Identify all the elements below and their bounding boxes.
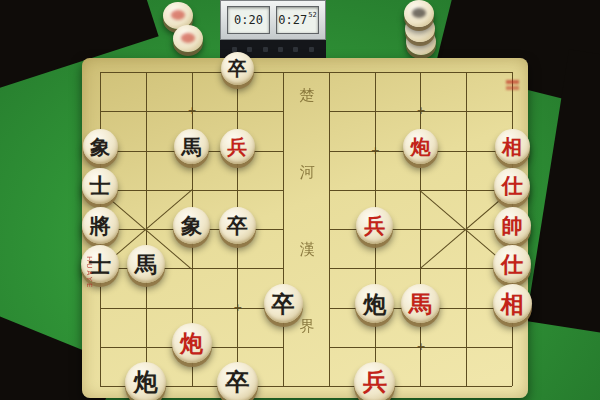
piece-red-general[interactable]: 帥 bbox=[494, 207, 531, 244]
piece-character: 兵 bbox=[363, 370, 387, 394]
piece-red-soldier[interactable]: 兵 bbox=[356, 207, 393, 244]
piece-character: 卒 bbox=[227, 215, 248, 236]
piece-red-elephant[interactable]: 相 bbox=[495, 129, 530, 164]
piece-red-cannon[interactable]: 炮 bbox=[403, 129, 438, 164]
grid-line bbox=[100, 308, 283, 309]
grid-line bbox=[100, 72, 512, 73]
piece-character: 仕 bbox=[502, 175, 523, 196]
river-text-character: 界 bbox=[298, 317, 316, 336]
piece-black-elephant[interactable]: 象 bbox=[83, 129, 118, 164]
board-grid: ++++++++++楚河漢界卒象馬兵炮相士仕將象卒兵帥士馬仕卒炮馬相炮炮卒兵 bbox=[100, 72, 512, 386]
piece-character: 馬 bbox=[135, 253, 157, 275]
game-clock: 0:20 0:27 52 bbox=[220, 0, 326, 58]
clock-right-display: 0:27 52 bbox=[276, 6, 319, 34]
piece-red-advisor[interactable]: 仕 bbox=[494, 168, 530, 204]
piece-character: 卒 bbox=[225, 370, 249, 394]
piece-black-soldier[interactable]: 卒 bbox=[264, 284, 303, 323]
piece-character: 馬 bbox=[409, 292, 432, 315]
piece-character: 兵 bbox=[227, 137, 247, 157]
piece-character: 炮 bbox=[410, 137, 430, 157]
piece-black-soldier[interactable]: 卒 bbox=[221, 52, 254, 85]
piece-red-horse[interactable]: 馬 bbox=[401, 284, 440, 323]
red-character-smudge bbox=[181, 33, 195, 43]
piece-character: 象 bbox=[90, 137, 110, 157]
captured-red-piece[interactable] bbox=[173, 25, 203, 52]
river-text-character: 河 bbox=[298, 163, 316, 182]
piece-black-soldier[interactable]: 卒 bbox=[217, 362, 258, 400]
piece-character: 炮 bbox=[363, 292, 386, 315]
position-marker: + bbox=[416, 341, 425, 352]
piece-character: 炮 bbox=[180, 331, 203, 354]
board-brand-text: HUAYE bbox=[85, 256, 93, 289]
piece-character: 帥 bbox=[502, 215, 523, 236]
right-time: 0:27 bbox=[278, 13, 307, 27]
piece-character: 卒 bbox=[272, 292, 295, 315]
piece-red-cannon[interactable]: 炮 bbox=[172, 323, 212, 363]
piece-character: 炮 bbox=[134, 370, 158, 394]
piece-black-horse[interactable]: 馬 bbox=[174, 129, 209, 164]
piece-black-elephant[interactable]: 象 bbox=[173, 207, 210, 244]
photo-frame: 0:20 0:27 52 ++++++++++楚河漢界卒象馬兵炮相士仕將象卒兵帥… bbox=[0, 0, 600, 400]
piece-red-soldier[interactable]: 兵 bbox=[354, 362, 395, 400]
river-text-character: 漢 bbox=[298, 240, 316, 259]
river-text-character: 楚 bbox=[298, 86, 316, 105]
board-brand-mark bbox=[506, 80, 519, 84]
piece-character: 士 bbox=[90, 175, 111, 196]
piece-character: 象 bbox=[181, 215, 202, 236]
piece-black-cannon[interactable]: 炮 bbox=[125, 362, 166, 400]
piece-red-advisor[interactable]: 仕 bbox=[493, 245, 531, 283]
black-character-smudge bbox=[412, 8, 426, 18]
piece-character: 將 bbox=[90, 215, 111, 236]
piece-character: 馬 bbox=[182, 137, 202, 157]
piece-character: 相 bbox=[502, 137, 522, 157]
red-character-smudge bbox=[171, 10, 185, 20]
clock-left-display: 0:20 bbox=[227, 6, 270, 34]
captured-black-piece[interactable] bbox=[404, 0, 434, 27]
piece-black-advisor[interactable]: 士 bbox=[82, 168, 118, 204]
position-marker: + bbox=[371, 145, 380, 156]
piece-red-elephant[interactable]: 相 bbox=[493, 284, 532, 323]
piece-character: 相 bbox=[501, 292, 524, 315]
piece-character: 兵 bbox=[364, 215, 385, 236]
piece-character: 卒 bbox=[228, 59, 247, 78]
piece-black-cannon[interactable]: 炮 bbox=[355, 284, 394, 323]
right-seconds: 52 bbox=[308, 7, 316, 19]
piece-black-soldier[interactable]: 卒 bbox=[219, 207, 256, 244]
position-marker: + bbox=[416, 105, 425, 116]
grid-line bbox=[283, 72, 284, 386]
xiangqi-board: ++++++++++楚河漢界卒象馬兵炮相士仕將象卒兵帥士馬仕卒炮馬相炮炮卒兵 H… bbox=[82, 58, 528, 398]
position-marker: + bbox=[188, 105, 197, 116]
clock-display-panel: 0:20 0:27 52 bbox=[220, 0, 326, 40]
piece-black-general[interactable]: 將 bbox=[82, 207, 119, 244]
left-time: 0:20 bbox=[234, 13, 263, 27]
piece-character: 仕 bbox=[501, 253, 523, 275]
piece-red-soldier[interactable]: 兵 bbox=[220, 129, 255, 164]
piece-black-horse[interactable]: 馬 bbox=[127, 245, 165, 283]
position-marker: + bbox=[233, 302, 242, 313]
